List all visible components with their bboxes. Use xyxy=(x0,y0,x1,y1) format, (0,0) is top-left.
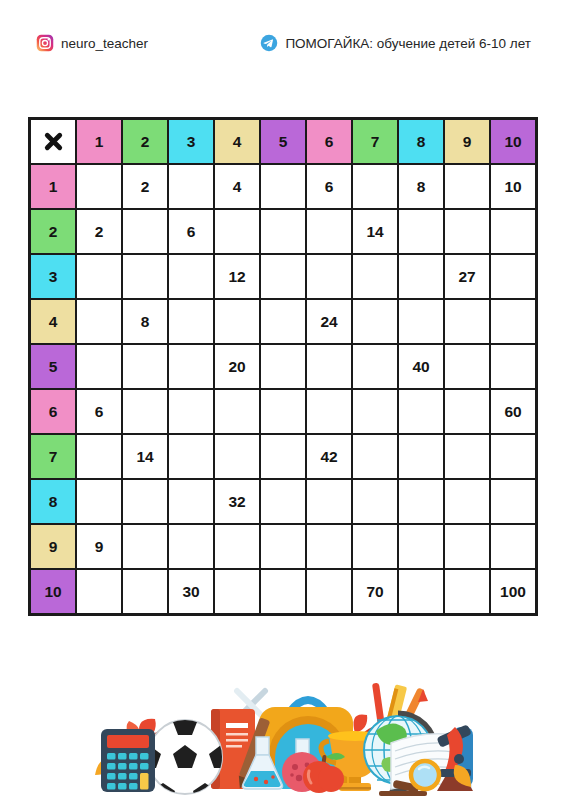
cell-r2-c2[interactable] xyxy=(122,209,168,254)
col-header-9: 9 xyxy=(444,119,490,164)
cell-r5-c2[interactable] xyxy=(122,344,168,389)
topbar: neuro_teacher ПОМОГАЙКА: обучение детей … xyxy=(36,34,531,52)
cell-r10-c3[interactable]: 30 xyxy=(168,569,214,614)
cell-r8-c6[interactable] xyxy=(306,479,352,524)
cell-r6-c4[interactable] xyxy=(214,389,260,434)
cell-r9-c4[interactable] xyxy=(214,524,260,569)
row-header-9: 9 xyxy=(30,524,76,569)
calculator-icon xyxy=(101,729,155,792)
row-header-7: 7 xyxy=(30,434,76,479)
cell-r2-c4[interactable] xyxy=(214,209,260,254)
cell-r4-c7[interactable] xyxy=(352,299,398,344)
cell-r2-c8[interactable] xyxy=(398,209,444,254)
cell-r7-c1[interactable] xyxy=(76,434,122,479)
cell-r10-c7[interactable]: 70 xyxy=(352,569,398,614)
col-header-5: 5 xyxy=(260,119,306,164)
cell-r4-c6[interactable]: 24 xyxy=(306,299,352,344)
cell-r8-c4[interactable]: 32 xyxy=(214,479,260,524)
col-header-3: 3 xyxy=(168,119,214,164)
cell-r3-c9[interactable]: 27 xyxy=(444,254,490,299)
cell-r9-c3[interactable] xyxy=(168,524,214,569)
cell-r7-c3[interactable] xyxy=(168,434,214,479)
telegram-icon xyxy=(260,34,278,52)
cell-r9-c2[interactable] xyxy=(122,524,168,569)
cell-r3-c10[interactable] xyxy=(490,254,536,299)
cell-r8-c10[interactable] xyxy=(490,479,536,524)
cell-r4-c2[interactable]: 8 xyxy=(122,299,168,344)
cell-r5-c10[interactable] xyxy=(490,344,536,389)
instagram-icon xyxy=(36,34,54,52)
col-header-10: 10 xyxy=(490,119,536,164)
cell-r10-c2[interactable] xyxy=(122,569,168,614)
cell-r1-c2[interactable]: 2 xyxy=(122,164,168,209)
cell-r5-c9[interactable] xyxy=(444,344,490,389)
cell-r3-c5[interactable] xyxy=(260,254,306,299)
cell-r4-c3[interactable] xyxy=(168,299,214,344)
row-header-10: 10 xyxy=(30,569,76,614)
row-header-1: 1 xyxy=(30,164,76,209)
cell-r10-c10[interactable]: 100 xyxy=(490,569,536,614)
cell-r10-c1[interactable] xyxy=(76,569,122,614)
cell-r2-c7[interactable]: 14 xyxy=(352,209,398,254)
instagram-handle-text: neuro_teacher xyxy=(61,36,148,51)
cell-r2-c3[interactable]: 6 xyxy=(168,209,214,254)
cell-r9-c8[interactable] xyxy=(398,524,444,569)
cell-r4-c5[interactable] xyxy=(260,299,306,344)
cell-r5-c5[interactable] xyxy=(260,344,306,389)
cell-r2-c6[interactable] xyxy=(306,209,352,254)
cell-r2-c5[interactable] xyxy=(260,209,306,254)
cell-r3-c2[interactable] xyxy=(122,254,168,299)
row-header-3: 3 xyxy=(30,254,76,299)
cell-r7-c4[interactable] xyxy=(214,434,260,479)
cell-r8-c3[interactable] xyxy=(168,479,214,524)
cell-r1-c9[interactable] xyxy=(444,164,490,209)
cell-r5-c8[interactable]: 40 xyxy=(398,344,444,389)
telegram-channel[interactable]: ПОМОГАЙКА: обучение детей 6-10 лет xyxy=(260,34,531,52)
col-header-1: 1 xyxy=(76,119,122,164)
cell-r4-c4[interactable] xyxy=(214,299,260,344)
cell-r3-c3[interactable] xyxy=(168,254,214,299)
cell-r1-c8[interactable]: 8 xyxy=(398,164,444,209)
cell-r6-c1[interactable]: 6 xyxy=(76,389,122,434)
cell-r1-c1[interactable] xyxy=(76,164,122,209)
cell-r7-c8[interactable] xyxy=(398,434,444,479)
cell-r7-c2[interactable]: 14 xyxy=(122,434,168,479)
cell-r6-c7[interactable] xyxy=(352,389,398,434)
cell-r5-c7[interactable] xyxy=(352,344,398,389)
cell-r6-c9[interactable] xyxy=(444,389,490,434)
cell-r8-c8[interactable] xyxy=(398,479,444,524)
cell-r4-c8[interactable] xyxy=(398,299,444,344)
col-header-7: 7 xyxy=(352,119,398,164)
cell-r6-c5[interactable] xyxy=(260,389,306,434)
row-header-4: 4 xyxy=(30,299,76,344)
cell-r9-c1[interactable]: 9 xyxy=(76,524,122,569)
cell-r1-c5[interactable] xyxy=(260,164,306,209)
multiply-icon xyxy=(42,130,65,153)
col-header-6: 6 xyxy=(306,119,352,164)
cell-r7-c9[interactable] xyxy=(444,434,490,479)
cell-r1-c7[interactable] xyxy=(352,164,398,209)
cell-r10-c5[interactable] xyxy=(260,569,306,614)
cell-r9-c10[interactable] xyxy=(490,524,536,569)
row-header-5: 5 xyxy=(30,344,76,389)
cell-r8-c7[interactable] xyxy=(352,479,398,524)
cell-r5-c3[interactable] xyxy=(168,344,214,389)
cell-r5-c4[interactable]: 20 xyxy=(214,344,260,389)
cell-r3-c1[interactable] xyxy=(76,254,122,299)
cell-r7-c5[interactable] xyxy=(260,434,306,479)
operator-cell xyxy=(30,119,76,164)
cell-r1-c6[interactable]: 6 xyxy=(306,164,352,209)
cell-r6-c6[interactable] xyxy=(306,389,352,434)
cell-r10-c4[interactable] xyxy=(214,569,260,614)
cell-r9-c5[interactable] xyxy=(260,524,306,569)
cell-r4-c10[interactable] xyxy=(490,299,536,344)
row-header-8: 8 xyxy=(30,479,76,524)
cell-r8-c9[interactable] xyxy=(444,479,490,524)
cell-r7-c6[interactable]: 42 xyxy=(306,434,352,479)
cell-r8-c2[interactable] xyxy=(122,479,168,524)
cell-r2-c1[interactable]: 2 xyxy=(76,209,122,254)
instagram-handle[interactable]: neuro_teacher xyxy=(36,34,148,52)
cell-r3-c4[interactable]: 12 xyxy=(214,254,260,299)
col-header-8: 8 xyxy=(398,119,444,164)
cell-r1-c3[interactable] xyxy=(168,164,214,209)
cell-r2-c9[interactable] xyxy=(444,209,490,254)
cell-r10-c8[interactable] xyxy=(398,569,444,614)
cell-r5-c1[interactable] xyxy=(76,344,122,389)
cell-r9-c9[interactable] xyxy=(444,524,490,569)
row-header-6: 6 xyxy=(30,389,76,434)
cell-r4-c9[interactable] xyxy=(444,299,490,344)
cell-r3-c8[interactable] xyxy=(398,254,444,299)
cell-r6-c3[interactable] xyxy=(168,389,214,434)
cell-r2-c10[interactable] xyxy=(490,209,536,254)
cell-r6-c10[interactable]: 60 xyxy=(490,389,536,434)
multiplication-grid: 1234567891012468102261431227482452040666… xyxy=(28,117,538,616)
col-header-4: 4 xyxy=(214,119,260,164)
cell-r8-c5[interactable] xyxy=(260,479,306,524)
cell-r10-c9[interactable] xyxy=(444,569,490,614)
cell-r7-c7[interactable] xyxy=(352,434,398,479)
telegram-channel-text: ПОМОГАЙКА: обучение детей 6-10 лет xyxy=(285,36,531,51)
cell-r5-c6[interactable] xyxy=(306,344,352,389)
cell-r7-c10[interactable] xyxy=(490,434,536,479)
cell-r6-c2[interactable] xyxy=(122,389,168,434)
cell-r10-c6[interactable] xyxy=(306,569,352,614)
cell-r4-c1[interactable] xyxy=(76,299,122,344)
cell-r1-c10[interactable]: 10 xyxy=(490,164,536,209)
cell-r9-c7[interactable] xyxy=(352,524,398,569)
school-supplies-illustration xyxy=(93,679,473,797)
cell-r3-c7[interactable] xyxy=(352,254,398,299)
row-header-2: 2 xyxy=(30,209,76,254)
cell-r1-c4[interactable]: 4 xyxy=(214,164,260,209)
col-header-2: 2 xyxy=(122,119,168,164)
cell-r8-c1[interactable] xyxy=(76,479,122,524)
cell-r3-c6[interactable] xyxy=(306,254,352,299)
cell-r6-c8[interactable] xyxy=(398,389,444,434)
cell-r9-c6[interactable] xyxy=(306,524,352,569)
